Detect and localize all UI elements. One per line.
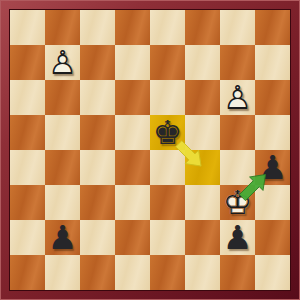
piece-black-king-e5[interactable]: ♚ — [150, 115, 185, 150]
square-f2[interactable] — [185, 220, 220, 255]
square-c3[interactable] — [80, 185, 115, 220]
square-h6[interactable] — [255, 80, 290, 115]
square-a7[interactable] — [10, 45, 45, 80]
square-e7[interactable] — [150, 45, 185, 80]
square-a8[interactable] — [10, 10, 45, 45]
piece-white-pawn-b7[interactable]: ♟♙ — [45, 45, 80, 80]
square-b1[interactable] — [45, 255, 80, 290]
square-b6[interactable] — [45, 80, 80, 115]
square-e3[interactable] — [150, 185, 185, 220]
square-c4[interactable] — [80, 150, 115, 185]
square-d4[interactable] — [115, 150, 150, 185]
square-h8[interactable] — [255, 10, 290, 45]
square-a1[interactable] — [10, 255, 45, 290]
square-f8[interactable] — [185, 10, 220, 45]
square-e8[interactable] — [150, 10, 185, 45]
square-f1[interactable] — [185, 255, 220, 290]
square-d3[interactable] — [115, 185, 150, 220]
square-d6[interactable] — [115, 80, 150, 115]
square-f3[interactable] — [185, 185, 220, 220]
square-h1[interactable] — [255, 255, 290, 290]
square-f4[interactable] — [185, 150, 220, 185]
square-c5[interactable] — [80, 115, 115, 150]
square-f6[interactable] — [185, 80, 220, 115]
square-c6[interactable] — [80, 80, 115, 115]
piece-black-pawn-g2[interactable]: ♟ — [220, 220, 255, 255]
square-f7[interactable] — [185, 45, 220, 80]
square-d5[interactable] — [115, 115, 150, 150]
square-c8[interactable] — [80, 10, 115, 45]
square-c2[interactable] — [80, 220, 115, 255]
square-b5[interactable] — [45, 115, 80, 150]
square-d7[interactable] — [115, 45, 150, 80]
piece-white-king-g3[interactable]: ♚♔ — [220, 185, 255, 220]
chess-app: ♟♙♟♙♚♟♚♔♟♟ — [0, 0, 300, 300]
square-g1[interactable] — [220, 255, 255, 290]
square-g7[interactable] — [220, 45, 255, 80]
square-a5[interactable] — [10, 115, 45, 150]
square-e6[interactable] — [150, 80, 185, 115]
piece-black-pawn-h4[interactable]: ♟ — [255, 150, 290, 185]
square-g8[interactable] — [220, 10, 255, 45]
square-h5[interactable] — [255, 115, 290, 150]
chess-board: ♟♙♟♙♚♟♚♔♟♟ — [10, 10, 290, 290]
square-a3[interactable] — [10, 185, 45, 220]
square-b4[interactable] — [45, 150, 80, 185]
piece-black-pawn-b2[interactable]: ♟ — [45, 220, 80, 255]
square-h2[interactable] — [255, 220, 290, 255]
square-b3[interactable] — [45, 185, 80, 220]
square-a2[interactable] — [10, 220, 45, 255]
square-f5[interactable] — [185, 115, 220, 150]
square-e1[interactable] — [150, 255, 185, 290]
square-d8[interactable] — [115, 10, 150, 45]
square-d2[interactable] — [115, 220, 150, 255]
square-c7[interactable] — [80, 45, 115, 80]
square-e4[interactable] — [150, 150, 185, 185]
square-g4[interactable] — [220, 150, 255, 185]
square-b8[interactable] — [45, 10, 80, 45]
square-g5[interactable] — [220, 115, 255, 150]
square-h3[interactable] — [255, 185, 290, 220]
square-c1[interactable] — [80, 255, 115, 290]
square-h7[interactable] — [255, 45, 290, 80]
square-d1[interactable] — [115, 255, 150, 290]
square-e2[interactable] — [150, 220, 185, 255]
piece-white-pawn-g6[interactable]: ♟♙ — [220, 80, 255, 115]
square-a6[interactable] — [10, 80, 45, 115]
square-a4[interactable] — [10, 150, 45, 185]
